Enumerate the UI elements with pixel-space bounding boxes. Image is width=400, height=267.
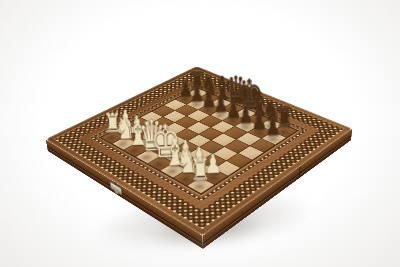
black-pawn: ♟ [264, 114, 282, 139]
white-rook: ♜ [190, 155, 210, 186]
photo-stage: ♜♞♝♛♚♝♞♜♟♟♟♟♟♟♟♟♟♟♟♟♟♟♟♟♜♞♝♛♚♝♞♜ [0, 0, 400, 267]
